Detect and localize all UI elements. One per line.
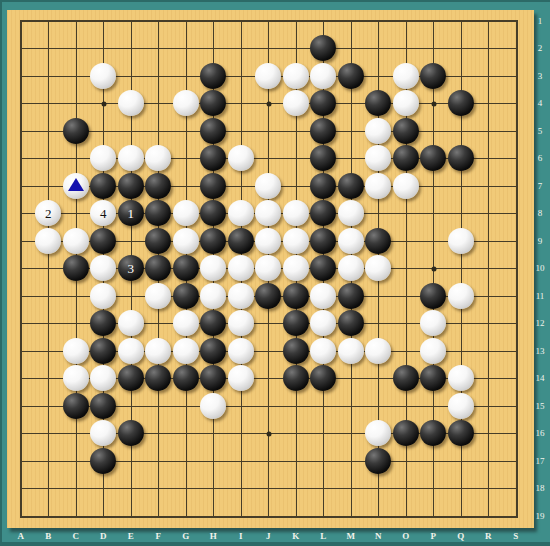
row-label-5: 5 — [538, 126, 543, 135]
column-label-B: B — [45, 532, 51, 541]
row-label-6: 6 — [538, 154, 543, 163]
column-label-J: J — [266, 532, 271, 541]
column-label-S: S — [513, 532, 518, 541]
column-label-N: N — [375, 532, 382, 541]
column-label-E: E — [128, 532, 134, 541]
row-label-16: 16 — [536, 429, 545, 438]
column-label-I: I — [239, 532, 243, 541]
column-label-F: F — [156, 532, 162, 541]
column-label-C: C — [73, 532, 80, 541]
row-label-4: 4 — [538, 99, 543, 108]
row-label-12: 12 — [536, 319, 545, 328]
column-label-Q: Q — [457, 532, 464, 541]
column-label-H: H — [210, 532, 217, 541]
column-label-A: A — [18, 532, 25, 541]
row-label-7: 7 — [538, 181, 543, 190]
column-label-P: P — [431, 532, 437, 541]
column-label-K: K — [292, 532, 299, 541]
row-label-15: 15 — [536, 401, 545, 410]
column-label-M: M — [347, 532, 356, 541]
row-label-8: 8 — [538, 209, 543, 218]
column-label-O: O — [402, 532, 409, 541]
row-label-11: 11 — [536, 291, 545, 300]
row-label-1: 1 — [538, 16, 543, 25]
column-label-G: G — [182, 532, 189, 541]
column-label-R: R — [485, 532, 492, 541]
row-label-17: 17 — [536, 456, 545, 465]
row-label-2: 2 — [538, 44, 543, 53]
column-label-D: D — [100, 532, 107, 541]
row-label-10: 10 — [536, 264, 545, 273]
row-label-14: 14 — [536, 374, 545, 383]
go-app-frame: 2413 ABCDEFGHIJKLMNOPQRS1234567891011121… — [0, 0, 550, 546]
row-label-18: 18 — [536, 484, 545, 493]
row-label-19: 19 — [536, 511, 545, 520]
column-label-L: L — [320, 532, 326, 541]
row-label-3: 3 — [538, 71, 543, 80]
row-label-9: 9 — [538, 236, 543, 245]
row-label-13: 13 — [536, 346, 545, 355]
coordinate-labels: ABCDEFGHIJKLMNOPQRS123456789101112131415… — [0, 0, 550, 546]
